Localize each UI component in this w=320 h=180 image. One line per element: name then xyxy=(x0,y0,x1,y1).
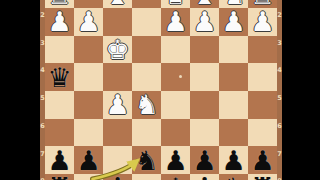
board-square-d6[interactable] xyxy=(161,119,190,147)
board-square-b6[interactable] xyxy=(219,119,248,147)
board-square-a6[interactable] xyxy=(248,119,277,147)
board-square-a3[interactable] xyxy=(248,36,277,64)
chess-thumbnail: ♜♝♛♝♞♜♟♟♟♟♟♟♚♛♟♞♟♟♞♟♟♟♟♜♝♚♝♞♜ 1122334455… xyxy=(0,0,320,180)
board-square-g5[interactable] xyxy=(74,91,103,119)
board-square-e1[interactable] xyxy=(132,0,161,8)
board-square-c5[interactable] xyxy=(190,91,219,119)
chess-board: ♜♝♛♝♞♜♟♟♟♟♟♟♚♛♟♞♟♟♞♟♟♟♟♜♝♚♝♞♜ 1122334455… xyxy=(40,0,282,180)
board-square-f3[interactable]: ♚ xyxy=(103,36,132,64)
letterbox-right xyxy=(282,0,320,180)
board-square-d5[interactable] xyxy=(161,91,190,119)
board-square-f6[interactable] xyxy=(103,119,132,147)
rank-label-left-5: 5 xyxy=(40,94,45,102)
black-pawn-c7[interactable]: ♟ xyxy=(192,147,216,174)
board-grid: ♜♝♛♝♞♜♟♟♟♟♟♟♚♛♟♞♟♟♞♟♟♟♟♜♝♚♝♞♜ xyxy=(45,0,277,180)
board-square-d8[interactable]: ♚ xyxy=(161,174,190,180)
board-square-b7[interactable]: ♟ xyxy=(219,146,248,174)
board-square-d7[interactable]: ♟ xyxy=(161,146,190,174)
white-pawn-g2[interactable]: ♟ xyxy=(76,8,100,35)
white-king-f3[interactable]: ♚ xyxy=(105,36,129,63)
rank-label-right-7: 7 xyxy=(277,150,282,158)
rank-label-left-8: 8 xyxy=(40,177,45,180)
board-square-b3[interactable] xyxy=(219,36,248,64)
rank-label-right-8: 8 xyxy=(277,177,282,180)
board-square-g2[interactable]: ♟ xyxy=(74,8,103,36)
board-square-e4[interactable] xyxy=(132,63,161,91)
board-square-h3[interactable] xyxy=(45,36,74,64)
white-knight-e5[interactable]: ♞ xyxy=(134,91,158,118)
board-square-h6[interactable] xyxy=(45,119,74,147)
board-square-g3[interactable] xyxy=(74,36,103,64)
black-pawn-h7[interactable]: ♟ xyxy=(47,147,71,174)
board-square-h5[interactable] xyxy=(45,91,74,119)
board-square-c3[interactable] xyxy=(190,36,219,64)
black-knight-b8[interactable]: ♞ xyxy=(221,174,245,180)
board-square-f7[interactable] xyxy=(103,146,132,174)
board-square-f8[interactable]: ♝ xyxy=(103,174,132,180)
black-king-d8[interactable]: ♚ xyxy=(163,174,187,180)
board-square-e7[interactable]: ♞ xyxy=(132,146,161,174)
board-square-h4[interactable]: ♛ xyxy=(45,63,74,91)
move-dot-d4 xyxy=(179,75,182,78)
black-pawn-d7[interactable]: ♟ xyxy=(163,147,187,174)
rank-label-right-6: 6 xyxy=(277,122,282,130)
board-square-g7[interactable]: ♟ xyxy=(74,146,103,174)
board-square-g6[interactable] xyxy=(74,119,103,147)
black-pawn-a7[interactable]: ♟ xyxy=(250,147,274,174)
black-pawn-g7[interactable]: ♟ xyxy=(76,147,100,174)
letterbox-left xyxy=(0,0,40,180)
rank-label-right-4: 4 xyxy=(277,66,282,74)
white-pawn-c2[interactable]: ♟ xyxy=(192,8,216,35)
board-square-c7[interactable]: ♟ xyxy=(190,146,219,174)
black-rook-a8[interactable]: ♜ xyxy=(250,174,274,180)
board-square-f2[interactable] xyxy=(103,8,132,36)
board-square-f4[interactable] xyxy=(103,63,132,91)
rank-label-left-7: 7 xyxy=(40,150,45,158)
board-square-b4[interactable] xyxy=(219,63,248,91)
board-square-b8[interactable]: ♞ xyxy=(219,174,248,180)
board-square-a8[interactable]: ♜ xyxy=(248,174,277,180)
board-square-e3[interactable] xyxy=(132,36,161,64)
board-square-d3[interactable] xyxy=(161,36,190,64)
board-square-e5[interactable]: ♞ xyxy=(132,91,161,119)
board-square-h8[interactable]: ♜ xyxy=(45,174,74,180)
board-square-a4[interactable] xyxy=(248,63,277,91)
board-square-g8[interactable] xyxy=(74,174,103,180)
white-pawn-f5[interactable]: ♟ xyxy=(105,91,129,118)
board-square-h2[interactable]: ♟ xyxy=(45,8,74,36)
rank-label-left-3: 3 xyxy=(40,39,45,47)
board-square-e6[interactable] xyxy=(132,119,161,147)
black-rook-h8[interactable]: ♜ xyxy=(47,174,71,180)
black-bishop-c8[interactable]: ♝ xyxy=(192,174,216,180)
white-pawn-d2[interactable]: ♟ xyxy=(163,8,187,35)
rank-label-left-2: 2 xyxy=(40,11,45,19)
black-queen-h4[interactable]: ♛ xyxy=(47,64,71,91)
black-pawn-b7[interactable]: ♟ xyxy=(221,147,245,174)
board-square-c4[interactable] xyxy=(190,63,219,91)
white-pawn-h2[interactable]: ♟ xyxy=(47,8,71,35)
white-pawn-a2[interactable]: ♟ xyxy=(250,8,274,35)
board-square-a2[interactable]: ♟ xyxy=(248,8,277,36)
rank-label-right-3: 3 xyxy=(277,39,282,47)
white-bishop-f1[interactable]: ♝ xyxy=(105,0,129,8)
board-square-a5[interactable] xyxy=(248,91,277,119)
board-square-f5[interactable]: ♟ xyxy=(103,91,132,119)
board-square-b5[interactable] xyxy=(219,91,248,119)
board-square-a7[interactable]: ♟ xyxy=(248,146,277,174)
board-square-b2[interactable]: ♟ xyxy=(219,8,248,36)
board-square-e8[interactable] xyxy=(132,174,161,180)
rank-label-right-2: 2 xyxy=(277,11,282,19)
rank-label-left-4: 4 xyxy=(40,66,45,74)
board-square-f1[interactable]: ♝ xyxy=(103,0,132,8)
board-square-g4[interactable] xyxy=(74,63,103,91)
rank-label-left-6: 6 xyxy=(40,122,45,130)
black-knight-e7[interactable]: ♞ xyxy=(134,147,158,174)
rank-label-right-5: 5 xyxy=(277,94,282,102)
board-square-c2[interactable]: ♟ xyxy=(190,8,219,36)
board-square-d4[interactable] xyxy=(161,63,190,91)
board-square-h7[interactable]: ♟ xyxy=(45,146,74,174)
board-square-d2[interactable]: ♟ xyxy=(161,8,190,36)
white-pawn-b2[interactable]: ♟ xyxy=(221,8,245,35)
board-square-c6[interactable] xyxy=(190,119,219,147)
black-bishop-f8[interactable]: ♝ xyxy=(105,174,129,180)
board-square-e2[interactable] xyxy=(132,8,161,36)
board-square-c8[interactable]: ♝ xyxy=(190,174,219,180)
